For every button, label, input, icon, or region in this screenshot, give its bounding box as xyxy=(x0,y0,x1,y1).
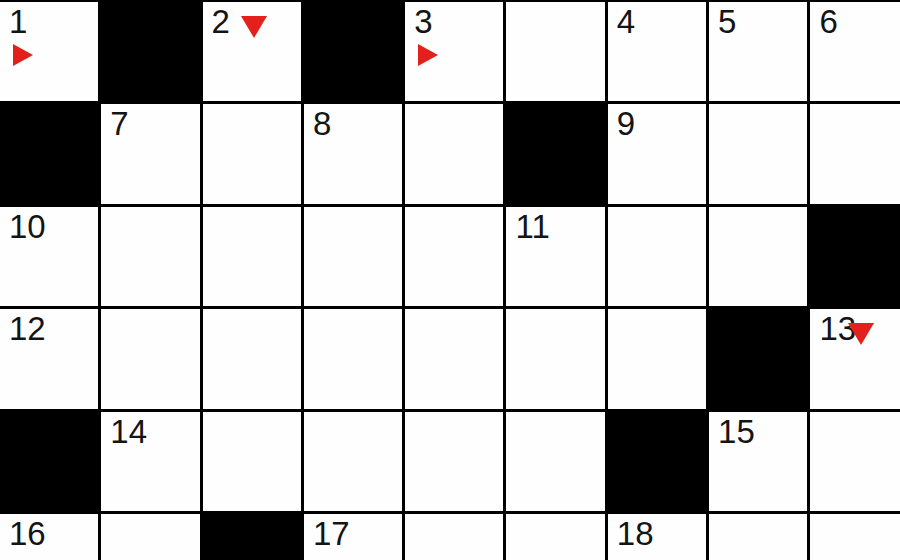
grid-cell[interactable] xyxy=(709,514,807,560)
across-arrow-icon xyxy=(13,44,33,66)
grid-cell[interactable] xyxy=(304,412,402,511)
grid-cell[interactable] xyxy=(506,2,604,101)
clue-number: 9 xyxy=(617,107,635,142)
grid-cell[interactable]: 10 xyxy=(0,207,98,306)
clue-number: 2 xyxy=(212,5,230,40)
grid-cell[interactable]: 5 xyxy=(709,2,807,101)
grid-cell[interactable]: 17 xyxy=(304,514,402,560)
grid-cell[interactable] xyxy=(506,514,604,560)
clue-number: 8 xyxy=(313,107,331,142)
black-cell xyxy=(101,2,199,101)
grid-cell[interactable] xyxy=(405,514,503,560)
clue-number: 6 xyxy=(819,5,837,40)
down-arrow-icon xyxy=(241,16,267,38)
black-cell xyxy=(608,412,706,511)
grid-cell[interactable]: 3 xyxy=(405,2,503,101)
grid-cell[interactable] xyxy=(506,309,604,408)
black-cell xyxy=(0,104,98,203)
clue-number: 17 xyxy=(313,517,350,552)
clue-number: 7 xyxy=(110,107,128,142)
grid-cell[interactable] xyxy=(405,309,503,408)
black-cell xyxy=(0,412,98,511)
black-cell xyxy=(203,514,301,560)
grid-cell[interactable] xyxy=(405,412,503,511)
grid-cell[interactable]: 9 xyxy=(608,104,706,203)
grid-cell[interactable] xyxy=(304,207,402,306)
grid-cell[interactable]: 14 xyxy=(101,412,199,511)
grid-cell[interactable]: 7 xyxy=(101,104,199,203)
clue-number: 12 xyxy=(9,312,46,347)
grid-cell[interactable]: 15 xyxy=(709,412,807,511)
grid-cell[interactable] xyxy=(709,207,807,306)
grid-cell[interactable] xyxy=(810,412,900,511)
grid-cell[interactable]: 11 xyxy=(506,207,604,306)
grid-cell[interactable] xyxy=(203,412,301,511)
grid-cell[interactable]: 1 xyxy=(0,2,98,101)
black-cell xyxy=(709,309,807,408)
grid-cell[interactable] xyxy=(608,309,706,408)
grid-cell[interactable]: 6 xyxy=(810,2,900,101)
grid-cell[interactable]: 16 xyxy=(0,514,98,560)
grid-cell[interactable] xyxy=(608,207,706,306)
grid-cell[interactable] xyxy=(101,309,199,408)
grid-cell[interactable]: 18 xyxy=(608,514,706,560)
black-cell xyxy=(810,207,900,306)
clue-number: 5 xyxy=(718,5,736,40)
clue-number: 1 xyxy=(9,5,27,40)
grid-cell[interactable] xyxy=(405,207,503,306)
across-arrow-icon xyxy=(418,44,438,66)
black-cell xyxy=(506,104,604,203)
grid-cell[interactable]: 8 xyxy=(304,104,402,203)
clue-number: 14 xyxy=(110,415,147,450)
grid-cell[interactable] xyxy=(709,104,807,203)
grid-cell[interactable] xyxy=(203,309,301,408)
grid-cell[interactable] xyxy=(101,514,199,560)
clue-number: 3 xyxy=(414,5,432,40)
grid-cell[interactable] xyxy=(405,104,503,203)
grid-cell[interactable] xyxy=(304,309,402,408)
grid-cell[interactable]: 12 xyxy=(0,309,98,408)
black-cell xyxy=(304,2,402,101)
crossword-grid: 123456789101112131415161718 xyxy=(0,0,900,560)
grid-cell[interactable]: 4 xyxy=(608,2,706,101)
down-arrow-icon xyxy=(848,323,874,345)
clue-number: 10 xyxy=(9,210,46,245)
clue-number: 18 xyxy=(617,517,654,552)
grid-cell[interactable]: 13 xyxy=(810,309,900,408)
grid-cell[interactable] xyxy=(506,412,604,511)
clue-number: 11 xyxy=(515,210,549,245)
grid-cell[interactable] xyxy=(810,514,900,560)
clue-number: 16 xyxy=(9,517,46,552)
grid-cell[interactable] xyxy=(810,104,900,203)
grid-cell[interactable] xyxy=(203,207,301,306)
grid-cell[interactable]: 2 xyxy=(203,2,301,101)
grid-cell[interactable] xyxy=(203,104,301,203)
clue-number: 4 xyxy=(617,5,635,40)
crossword-viewport: 123456789101112131415161718 xyxy=(0,0,900,560)
clue-number: 15 xyxy=(718,415,755,450)
grid-cell[interactable] xyxy=(101,207,199,306)
